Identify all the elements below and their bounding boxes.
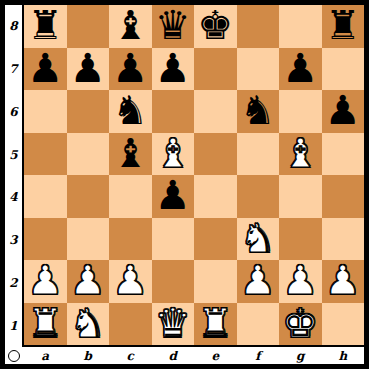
file-label-a: a <box>24 347 67 364</box>
square-a7[interactable]: ♟ <box>24 48 67 91</box>
rank-label-6: 6 <box>5 91 22 134</box>
file-label-f: f <box>237 347 280 364</box>
square-f3[interactable]: ♞ <box>237 218 280 261</box>
white-pawn[interactable]: ♟ <box>325 260 361 300</box>
square-e8[interactable]: ♚ <box>194 5 237 48</box>
square-a3[interactable] <box>24 218 67 261</box>
square-d4[interactable]: ♟ <box>152 175 195 218</box>
square-g4[interactable] <box>279 175 322 218</box>
square-g7[interactable]: ♟ <box>279 48 322 91</box>
square-a4[interactable] <box>24 175 67 218</box>
square-e1[interactable]: ♜ <box>194 303 237 346</box>
chess-board[interactable]: ♜♝♛♚♜♟♟♟♟♟♞♞♟♝♝♝♟♞♟♟♟♟♟♟♜♞♛♜♚ <box>22 5 364 347</box>
black-knight[interactable]: ♞ <box>240 90 276 130</box>
black-pawn[interactable]: ♟ <box>325 90 361 130</box>
white-king[interactable]: ♚ <box>282 303 318 343</box>
black-pawn[interactable]: ♟ <box>282 48 318 88</box>
black-knight[interactable]: ♞ <box>112 90 148 130</box>
square-b4[interactable] <box>67 175 110 218</box>
square-e5[interactable] <box>194 133 237 176</box>
square-g2[interactable]: ♟ <box>279 260 322 303</box>
white-queen[interactable]: ♛ <box>155 303 191 343</box>
square-c2[interactable]: ♟ <box>109 260 152 303</box>
white-knight[interactable]: ♞ <box>240 218 276 258</box>
square-c3[interactable] <box>109 218 152 261</box>
side-to-move-indicator <box>5 347 22 364</box>
rank-label-4: 4 <box>5 176 22 219</box>
black-rook[interactable]: ♜ <box>325 5 361 45</box>
square-a1[interactable]: ♜ <box>24 303 67 346</box>
black-pawn[interactable]: ♟ <box>112 48 148 88</box>
square-h7[interactable] <box>322 48 365 91</box>
square-d5[interactable]: ♝ <box>152 133 195 176</box>
square-e3[interactable] <box>194 218 237 261</box>
square-f1[interactable] <box>237 303 280 346</box>
square-h4[interactable] <box>322 175 365 218</box>
square-b5[interactable] <box>67 133 110 176</box>
black-pawn[interactable]: ♟ <box>70 48 106 88</box>
square-e6[interactable] <box>194 90 237 133</box>
rank-label-2: 2 <box>5 262 22 305</box>
rank-labels: 87654321 <box>5 5 22 347</box>
file-label-b: b <box>67 347 110 364</box>
rank-label-5: 5 <box>5 133 22 176</box>
square-a2[interactable]: ♟ <box>24 260 67 303</box>
file-label-h: h <box>322 347 365 364</box>
file-labels: abcdefgh <box>22 347 364 364</box>
white-rook[interactable]: ♜ <box>197 303 233 343</box>
square-c8[interactable]: ♝ <box>109 5 152 48</box>
white-pawn[interactable]: ♟ <box>27 260 63 300</box>
square-d7[interactable]: ♟ <box>152 48 195 91</box>
white-knight[interactable]: ♞ <box>70 303 106 343</box>
square-e4[interactable] <box>194 175 237 218</box>
diagram-inner: 87654321 ♜♝♛♚♜♟♟♟♟♟♞♞♟♝♝♝♟♞♟♟♟♟♟♟♜♞♛♜♚ a… <box>5 5 364 364</box>
square-g3[interactable] <box>279 218 322 261</box>
square-d6[interactable] <box>152 90 195 133</box>
square-h3[interactable] <box>322 218 365 261</box>
square-f5[interactable] <box>237 133 280 176</box>
square-b7[interactable]: ♟ <box>67 48 110 91</box>
black-bishop[interactable]: ♝ <box>112 5 148 45</box>
square-h1[interactable] <box>322 303 365 346</box>
square-b1[interactable]: ♞ <box>67 303 110 346</box>
white-rook[interactable]: ♜ <box>27 303 63 343</box>
square-a6[interactable] <box>24 90 67 133</box>
black-king[interactable]: ♚ <box>197 5 233 45</box>
square-d2[interactable] <box>152 260 195 303</box>
square-h2[interactable]: ♟ <box>322 260 365 303</box>
file-label-g: g <box>279 347 322 364</box>
square-d1[interactable]: ♛ <box>152 303 195 346</box>
square-g5[interactable]: ♝ <box>279 133 322 176</box>
white-bishop[interactable]: ♝ <box>282 133 318 173</box>
rank-label-8: 8 <box>5 5 22 48</box>
square-g1[interactable]: ♚ <box>279 303 322 346</box>
black-queen[interactable]: ♛ <box>155 5 191 45</box>
square-b8[interactable] <box>67 5 110 48</box>
file-label-e: e <box>194 347 237 364</box>
square-a5[interactable] <box>24 133 67 176</box>
square-b2[interactable]: ♟ <box>67 260 110 303</box>
square-c7[interactable]: ♟ <box>109 48 152 91</box>
square-c5[interactable]: ♝ <box>109 133 152 176</box>
square-h5[interactable] <box>322 133 365 176</box>
chessboard-frame: 87654321 ♜♝♛♚♜♟♟♟♟♟♞♞♟♝♝♝♟♞♟♟♟♟♟♟♜♞♛♜♚ a… <box>0 0 369 369</box>
square-f4[interactable] <box>237 175 280 218</box>
rank-label-3: 3 <box>5 219 22 262</box>
square-d8[interactable]: ♛ <box>152 5 195 48</box>
black-bishop[interactable]: ♝ <box>112 133 148 173</box>
square-c1[interactable] <box>109 303 152 346</box>
white-pawn[interactable]: ♟ <box>240 260 276 300</box>
square-c4[interactable] <box>109 175 152 218</box>
black-pawn[interactable]: ♟ <box>27 48 63 88</box>
square-g8[interactable] <box>279 5 322 48</box>
square-e2[interactable] <box>194 260 237 303</box>
square-g6[interactable] <box>279 90 322 133</box>
rank-label-1: 1 <box>5 304 22 347</box>
white-pawn[interactable]: ♟ <box>282 260 318 300</box>
black-pawn[interactable]: ♟ <box>155 48 191 88</box>
square-a8[interactable]: ♜ <box>24 5 67 48</box>
square-d3[interactable] <box>152 218 195 261</box>
square-f6[interactable]: ♞ <box>237 90 280 133</box>
white-to-move-circle-icon <box>8 350 20 362</box>
file-label-d: d <box>152 347 195 364</box>
square-b3[interactable] <box>67 218 110 261</box>
square-b6[interactable] <box>67 90 110 133</box>
square-h8[interactable]: ♜ <box>322 5 365 48</box>
square-f2[interactable]: ♟ <box>237 260 280 303</box>
rank-label-7: 7 <box>5 48 22 91</box>
square-h6[interactable]: ♟ <box>322 90 365 133</box>
square-f8[interactable] <box>237 5 280 48</box>
white-pawn[interactable]: ♟ <box>70 260 106 300</box>
square-e7[interactable] <box>194 48 237 91</box>
white-pawn[interactable]: ♟ <box>112 260 148 300</box>
square-f7[interactable] <box>237 48 280 91</box>
square-c6[interactable]: ♞ <box>109 90 152 133</box>
white-bishop[interactable]: ♝ <box>155 133 191 173</box>
black-rook[interactable]: ♜ <box>27 5 63 45</box>
black-pawn[interactable]: ♟ <box>155 175 191 215</box>
file-label-c: c <box>109 347 152 364</box>
